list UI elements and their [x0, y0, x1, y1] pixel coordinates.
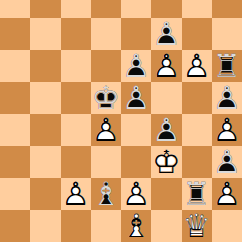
square-a4[interactable] — [0, 114, 30, 146]
square-b7[interactable] — [30, 18, 60, 50]
square-c3[interactable] — [61, 146, 91, 178]
square-g6[interactable]: ♟ — [182, 50, 212, 82]
piece-black-bishop[interactable]: ♝ — [92, 178, 121, 210]
piece-black-pawn[interactable]: ♟ — [213, 82, 242, 114]
square-b8[interactable] — [30, 0, 60, 18]
square-h1[interactable] — [212, 210, 242, 242]
square-d4[interactable]: ♟ — [91, 114, 121, 146]
piece-black-rook[interactable]: ♜ — [182, 178, 211, 210]
square-h4[interactable]: ♟ — [212, 114, 242, 146]
piece-white-pawn[interactable]: ♟ — [122, 178, 151, 210]
square-a5[interactable] — [0, 82, 30, 114]
square-a3[interactable] — [0, 146, 30, 178]
square-g3[interactable] — [182, 146, 212, 178]
square-c4[interactable] — [61, 114, 91, 146]
square-g4[interactable] — [182, 114, 212, 146]
piece-white-bishop[interactable]: ♝ — [122, 210, 151, 242]
square-c8[interactable] — [61, 0, 91, 18]
square-f2[interactable] — [151, 178, 181, 210]
square-d6[interactable] — [91, 50, 121, 82]
square-b5[interactable] — [30, 82, 60, 114]
square-f3[interactable]: ♚ — [151, 146, 181, 178]
square-e4[interactable] — [121, 114, 151, 146]
square-f7[interactable]: ♟ — [151, 18, 181, 50]
square-g2[interactable]: ♜ — [182, 178, 212, 210]
piece-black-king[interactable]: ♚ — [92, 82, 121, 114]
square-g7[interactable] — [182, 18, 212, 50]
square-g5[interactable] — [182, 82, 212, 114]
piece-black-pawn[interactable]: ♟ — [122, 82, 151, 114]
piece-white-king[interactable]: ♚ — [152, 146, 181, 178]
square-e8[interactable] — [121, 0, 151, 18]
square-c1[interactable] — [61, 210, 91, 242]
piece-white-pawn[interactable]: ♟ — [213, 114, 242, 146]
square-h7[interactable] — [212, 18, 242, 50]
square-f4[interactable]: ♟ — [151, 114, 181, 146]
square-d8[interactable] — [91, 0, 121, 18]
square-h3[interactable]: ♟ — [212, 146, 242, 178]
square-h8[interactable] — [212, 0, 242, 18]
square-d5[interactable]: ♚ — [91, 82, 121, 114]
square-g1[interactable]: ♛ — [182, 210, 212, 242]
square-f5[interactable] — [151, 82, 181, 114]
square-c5[interactable] — [61, 82, 91, 114]
square-c2[interactable]: ♟ — [61, 178, 91, 210]
square-a7[interactable] — [0, 18, 30, 50]
square-c6[interactable] — [61, 50, 91, 82]
piece-black-pawn[interactable]: ♟ — [122, 50, 151, 82]
square-a1[interactable] — [0, 210, 30, 242]
square-e6[interactable]: ♟ — [121, 50, 151, 82]
square-e3[interactable] — [121, 146, 151, 178]
chess-board: ♟♟♟♟♜♚♟♟♟♟♟♚♟♟♝♟♜♟♝♛ — [0, 0, 242, 242]
square-c7[interactable] — [61, 18, 91, 50]
piece-white-pawn[interactable]: ♟ — [61, 178, 90, 210]
square-a8[interactable] — [0, 0, 30, 18]
square-b1[interactable] — [30, 210, 60, 242]
piece-black-pawn[interactable]: ♟ — [213, 146, 242, 178]
piece-white-pawn[interactable]: ♟ — [92, 114, 121, 146]
square-b4[interactable] — [30, 114, 60, 146]
square-d7[interactable] — [91, 18, 121, 50]
square-a2[interactable] — [0, 178, 30, 210]
square-f6[interactable]: ♟ — [151, 50, 181, 82]
square-h2[interactable]: ♟ — [212, 178, 242, 210]
piece-white-pawn[interactable]: ♟ — [182, 50, 211, 82]
piece-white-pawn[interactable]: ♟ — [213, 178, 242, 210]
square-e2[interactable]: ♟ — [121, 178, 151, 210]
square-d2[interactable]: ♝ — [91, 178, 121, 210]
square-a6[interactable] — [0, 50, 30, 82]
square-d3[interactable] — [91, 146, 121, 178]
piece-black-pawn[interactable]: ♟ — [152, 114, 181, 146]
piece-white-pawn[interactable]: ♟ — [152, 50, 181, 82]
square-e5[interactable]: ♟ — [121, 82, 151, 114]
piece-black-rook[interactable]: ♜ — [213, 50, 242, 82]
square-h6[interactable]: ♜ — [212, 50, 242, 82]
square-b6[interactable] — [30, 50, 60, 82]
square-h5[interactable]: ♟ — [212, 82, 242, 114]
square-g8[interactable] — [182, 0, 212, 18]
square-b2[interactable] — [30, 178, 60, 210]
square-d1[interactable] — [91, 210, 121, 242]
square-e1[interactable]: ♝ — [121, 210, 151, 242]
piece-white-queen[interactable]: ♛ — [182, 210, 211, 242]
square-e7[interactable] — [121, 18, 151, 50]
square-b3[interactable] — [30, 146, 60, 178]
piece-black-pawn[interactable]: ♟ — [152, 18, 181, 50]
square-f1[interactable] — [151, 210, 181, 242]
